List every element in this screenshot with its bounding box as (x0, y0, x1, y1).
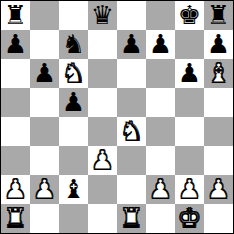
square-e3[interactable] (117, 146, 146, 175)
square-h6[interactable]: ♝ (204, 59, 233, 88)
square-b8[interactable] (30, 1, 59, 30)
square-d5[interactable] (88, 88, 117, 117)
square-c2[interactable]: ♝ (59, 175, 88, 204)
black-pawn-piece: ♟ (178, 59, 201, 88)
square-a6[interactable] (1, 59, 30, 88)
square-g8[interactable]: ♚ (175, 1, 204, 30)
square-d2[interactable] (88, 175, 117, 204)
square-d6[interactable] (88, 59, 117, 88)
square-h8[interactable]: ♜ (204, 1, 233, 30)
square-d7[interactable] (88, 30, 117, 59)
square-b6[interactable]: ♟ (30, 59, 59, 88)
white-knight-piece: ♞ (120, 117, 143, 146)
square-a2[interactable]: ♟ (1, 175, 30, 204)
square-h4[interactable] (204, 117, 233, 146)
square-f1[interactable] (146, 204, 175, 233)
square-h7[interactable]: ♟ (204, 30, 233, 59)
square-e7[interactable]: ♟ (117, 30, 146, 59)
square-g5[interactable] (175, 88, 204, 117)
square-d1[interactable] (88, 204, 117, 233)
square-b1[interactable] (30, 204, 59, 233)
black-bishop-piece: ♝ (62, 175, 85, 204)
square-a5[interactable] (1, 88, 30, 117)
square-e1[interactable]: ♜ (117, 204, 146, 233)
square-g1[interactable]: ♚ (175, 204, 204, 233)
black-rook-piece: ♜ (4, 1, 27, 30)
square-g2[interactable]: ♟ (175, 175, 204, 204)
square-d3[interactable]: ♟ (88, 146, 117, 175)
white-pawn-piece: ♟ (4, 175, 27, 204)
black-pawn-piece: ♟ (33, 59, 56, 88)
square-b3[interactable] (30, 146, 59, 175)
white-pawn-piece: ♟ (91, 146, 114, 175)
square-a4[interactable] (1, 117, 30, 146)
black-knight-piece: ♞ (62, 30, 85, 59)
square-c4[interactable] (59, 117, 88, 146)
square-f4[interactable] (146, 117, 175, 146)
white-king-piece: ♚ (178, 204, 201, 233)
white-pawn-piece: ♟ (207, 175, 230, 204)
square-a3[interactable] (1, 146, 30, 175)
square-c6[interactable]: ♞ (59, 59, 88, 88)
square-a7[interactable]: ♟ (1, 30, 30, 59)
white-knight-piece: ♞ (62, 59, 85, 88)
square-g7[interactable] (175, 30, 204, 59)
square-c5[interactable]: ♟ (59, 88, 88, 117)
square-h1[interactable] (204, 204, 233, 233)
square-g6[interactable]: ♟ (175, 59, 204, 88)
square-g3[interactable] (175, 146, 204, 175)
white-rook-piece: ♜ (120, 204, 143, 233)
square-e5[interactable] (117, 88, 146, 117)
square-f6[interactable] (146, 59, 175, 88)
black-pawn-piece: ♟ (62, 88, 85, 117)
square-a1[interactable]: ♜ (1, 204, 30, 233)
black-pawn-piece: ♟ (207, 30, 230, 59)
square-a8[interactable]: ♜ (1, 1, 30, 30)
black-rook-piece: ♜ (207, 1, 230, 30)
square-f5[interactable] (146, 88, 175, 117)
white-rook-piece: ♜ (4, 204, 27, 233)
black-queen-piece: ♛ (91, 1, 114, 30)
square-f7[interactable]: ♟ (146, 30, 175, 59)
square-d8[interactable]: ♛ (88, 1, 117, 30)
square-e6[interactable] (117, 59, 146, 88)
square-h5[interactable] (204, 88, 233, 117)
square-h3[interactable] (204, 146, 233, 175)
square-f2[interactable]: ♟ (146, 175, 175, 204)
square-e4[interactable]: ♞ (117, 117, 146, 146)
square-h2[interactable]: ♟ (204, 175, 233, 204)
square-g4[interactable] (175, 117, 204, 146)
white-pawn-piece: ♟ (33, 175, 56, 204)
white-pawn-piece: ♟ (149, 175, 172, 204)
white-bishop-piece: ♝ (207, 59, 230, 88)
square-c1[interactable] (59, 204, 88, 233)
black-king-piece: ♚ (178, 1, 201, 30)
square-c7[interactable]: ♞ (59, 30, 88, 59)
black-pawn-piece: ♟ (149, 30, 172, 59)
square-b5[interactable] (30, 88, 59, 117)
square-e2[interactable] (117, 175, 146, 204)
black-pawn-piece: ♟ (120, 30, 143, 59)
square-b7[interactable] (30, 30, 59, 59)
black-pawn-piece: ♟ (4, 30, 27, 59)
white-pawn-piece: ♟ (178, 175, 201, 204)
square-c3[interactable] (59, 146, 88, 175)
square-b4[interactable] (30, 117, 59, 146)
chess-board: ♜♛♚♜♟♞♟♟♟♟♞♟♝♟♞♟♟♟♝♟♟♟♜♜♚ (0, 0, 234, 234)
square-f3[interactable] (146, 146, 175, 175)
square-d4[interactable] (88, 117, 117, 146)
square-e8[interactable] (117, 1, 146, 30)
square-c8[interactable] (59, 1, 88, 30)
square-f8[interactable] (146, 1, 175, 30)
square-b2[interactable]: ♟ (30, 175, 59, 204)
